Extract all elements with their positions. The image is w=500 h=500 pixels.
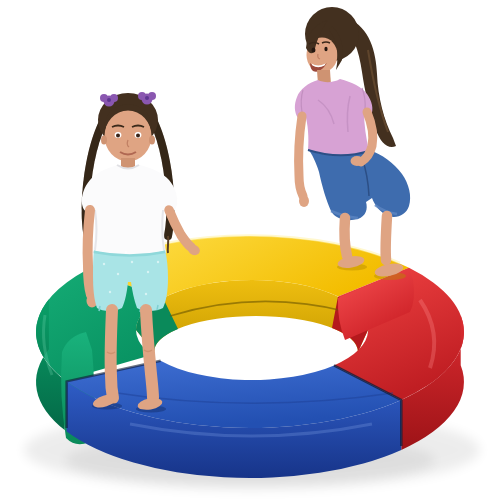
girl-left-eye-right	[136, 134, 140, 138]
girl-left-eye-left	[116, 134, 120, 138]
girl-right-leg-right	[386, 216, 387, 260]
girl-left-ear-left	[101, 136, 107, 145]
girl-right-eye-left	[312, 47, 316, 52]
scene-illustration: Two young girls standing barefoot on a f…	[0, 0, 500, 500]
product-photo: Two young girls standing barefoot on a f…	[0, 0, 500, 500]
girl-right-eye-right	[324, 47, 327, 51]
girl-right-tshirt	[295, 79, 373, 157]
girl-left-ear-right	[149, 136, 155, 145]
girl-right-arm-left	[299, 116, 303, 196]
girl-left-arm-right	[88, 210, 91, 295]
girl-right-hand-left	[299, 195, 309, 207]
girl-right-leg-left	[344, 218, 347, 256]
girl-left-leg-left	[146, 310, 153, 398]
girl-right-hand-right	[351, 156, 364, 166]
